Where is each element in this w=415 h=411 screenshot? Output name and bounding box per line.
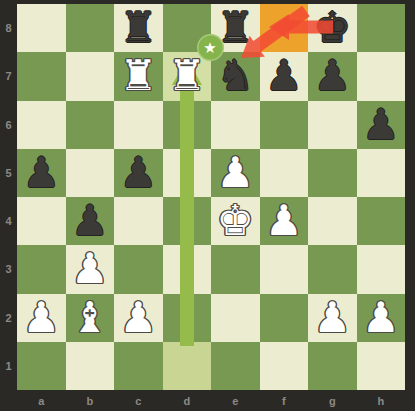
chess-app-screen: ♜♜♚♜♜♞♟♟♟♟♟♟♟♚♟♟♟♝♟♟♟ ★ 87654321 abcdefg… [0, 0, 415, 411]
best-move-star-badge: ★ [197, 34, 224, 61]
rank-label-6: 6 [0, 118, 17, 132]
file-label-b: b [66, 393, 115, 409]
file-label-h: h [357, 393, 406, 409]
rank-label-1: 1 [0, 359, 17, 373]
rank-label-4: 4 [0, 214, 17, 228]
file-label-g: g [308, 393, 357, 409]
rank-label-3: 3 [0, 262, 17, 276]
file-label-d: d [163, 393, 212, 409]
red-arrow-layer [17, 4, 405, 390]
chess-board: ♜♜♚♜♜♞♟♟♟♟♟♟♟♚♟♟♟♝♟♟♟ ★ [17, 4, 405, 390]
file-label-c: c [114, 393, 163, 409]
file-label-e: e [211, 393, 260, 409]
file-label-f: f [260, 393, 309, 409]
rank-label-7: 7 [0, 69, 17, 83]
file-label-a: a [17, 393, 66, 409]
rank-label-8: 8 [0, 21, 17, 35]
rank-label-5: 5 [0, 166, 17, 180]
rank-label-2: 2 [0, 311, 17, 325]
